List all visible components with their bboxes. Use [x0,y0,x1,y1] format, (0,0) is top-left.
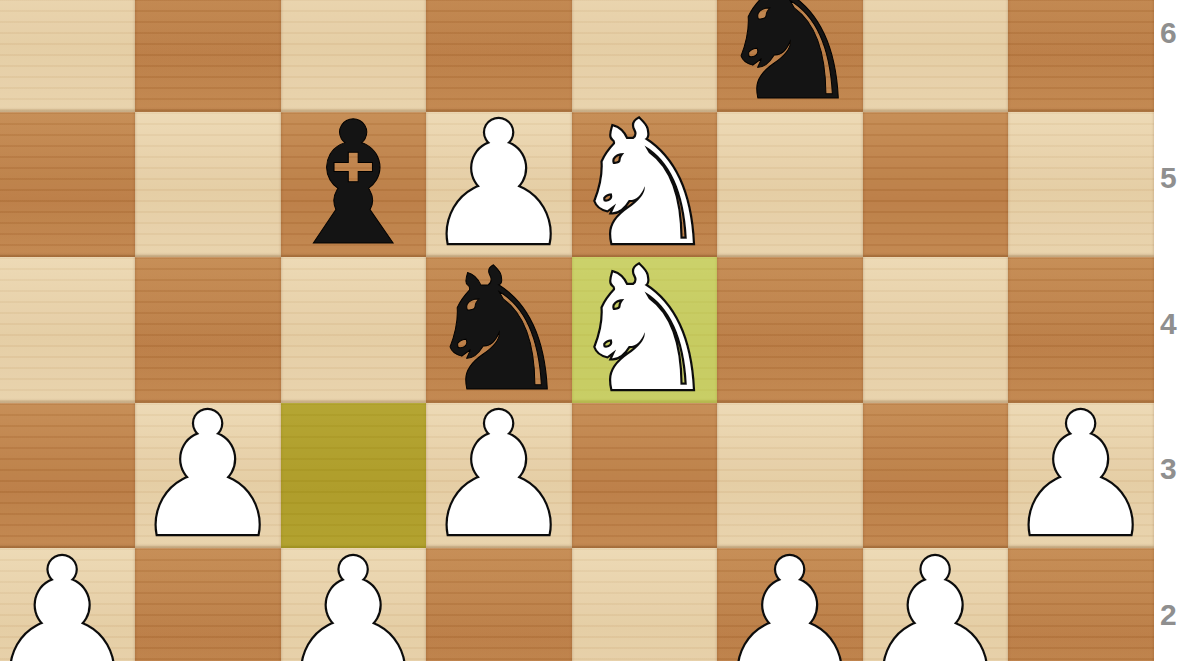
piece-black-bishop-c5[interactable]: ♝ [281,112,427,258]
rank-label-2: 2 [1154,542,1183,661]
piece-white-pawn-b3[interactable]: ♟ [135,403,281,549]
rank-label-5: 5 [1154,106,1183,252]
square-g4[interactable] [863,257,1009,403]
rank-label-3: 3 [1154,397,1183,543]
square-f6[interactable]: ♞ [717,0,863,112]
square-a6[interactable] [0,0,135,112]
square-h5[interactable] [1008,112,1154,258]
piece-white-knight-e4[interactable]: ♞ [572,257,718,403]
square-g5[interactable] [863,112,1009,258]
chess-board[interactable]: ♞♝♟♞♞♞♟♟♟♟♟♟♟ [0,0,1154,661]
square-b6[interactable] [135,0,281,112]
square-f4[interactable] [717,257,863,403]
square-h3[interactable]: ♟ [1008,403,1154,549]
square-e2[interactable] [572,548,718,661]
square-b3[interactable]: ♟ [135,403,281,549]
square-c2[interactable]: ♟ [281,548,427,661]
square-e4[interactable]: ♞ [572,257,718,403]
square-a2[interactable]: ♟ [0,548,135,661]
piece-white-pawn-g2[interactable]: ♟ [863,548,1009,661]
chess-board-viewport: ♞♝♟♞♞♞♟♟♟♟♟♟♟ 65432 [0,0,1183,661]
piece-white-pawn-h3[interactable]: ♟ [1008,403,1154,549]
square-d3[interactable]: ♟ [426,403,572,549]
piece-white-pawn-a2[interactable]: ♟ [0,548,135,661]
square-f2[interactable]: ♟ [717,548,863,661]
piece-black-knight-f6[interactable]: ♞ [717,0,863,112]
piece-white-pawn-c2[interactable]: ♟ [281,548,427,661]
rank-label-4: 4 [1154,251,1183,397]
rank-label-6: 6 [1154,0,1183,106]
square-b5[interactable] [135,112,281,258]
piece-white-pawn-f2[interactable]: ♟ [717,548,863,661]
square-a4[interactable] [0,257,135,403]
square-h6[interactable] [1008,0,1154,112]
square-g6[interactable] [863,0,1009,112]
square-g2[interactable]: ♟ [863,548,1009,661]
piece-white-pawn-d3[interactable]: ♟ [426,403,572,549]
square-c5[interactable]: ♝ [281,112,427,258]
square-a5[interactable] [0,112,135,258]
